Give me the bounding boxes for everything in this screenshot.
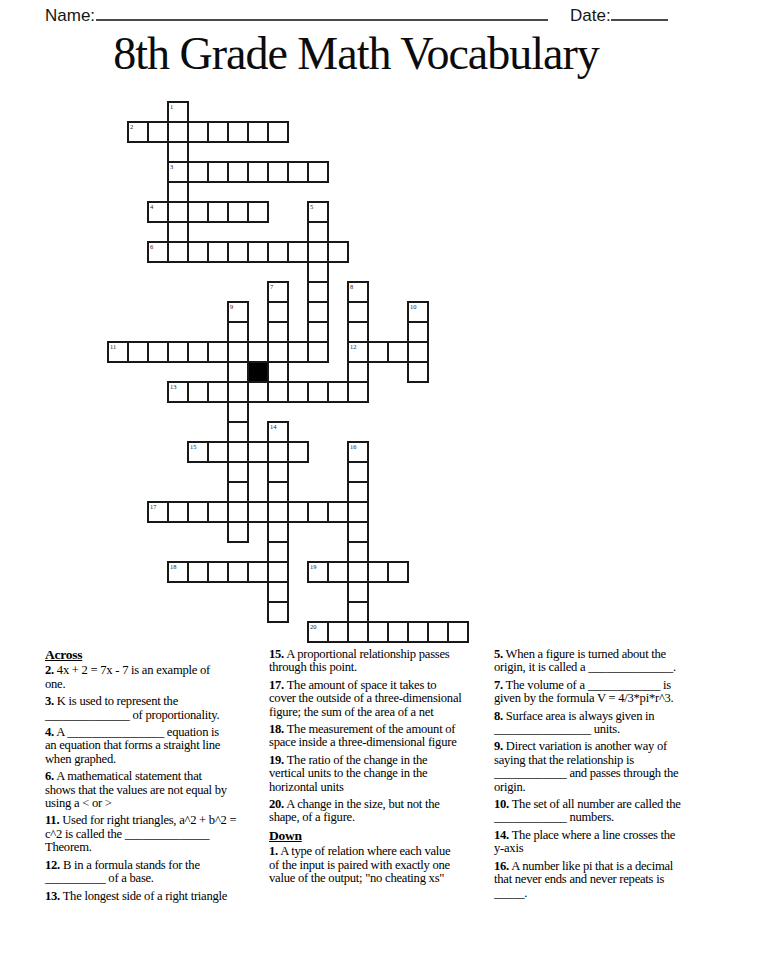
grid-cell[interactable] <box>267 241 289 263</box>
clue-number: 12. <box>45 858 60 872</box>
grid-cell[interactable] <box>287 241 309 263</box>
grid-cell[interactable] <box>247 561 269 583</box>
clue-down-1: 1. A type of relation where each value o… <box>269 845 501 885</box>
grid-cell[interactable] <box>347 441 369 463</box>
grid-cell[interactable] <box>347 321 369 343</box>
clue-across-13: 13. The longest side of a right triangle <box>45 890 277 903</box>
clue-number: 18. <box>269 722 284 736</box>
grid-cell[interactable] <box>307 241 329 263</box>
grid-cell[interactable] <box>367 621 389 643</box>
grid-cell[interactable] <box>167 161 189 183</box>
grid-cell[interactable] <box>307 221 329 243</box>
date-input-line[interactable] <box>611 4 668 21</box>
grid-cell[interactable] <box>187 201 209 223</box>
grid-cell[interactable] <box>187 241 209 263</box>
grid-cell[interactable] <box>247 121 269 143</box>
clue-down-14: 14. The place where a line crosses the y… <box>494 829 726 856</box>
clue-across-12: 12. B in a formula stands for the ______… <box>45 859 277 886</box>
clue-across-3: 3. K is used to represent the __________… <box>45 695 277 722</box>
grid-cell[interactable] <box>307 501 329 523</box>
grid-cell[interactable] <box>387 561 409 583</box>
grid-cell[interactable] <box>327 381 349 403</box>
grid-cell[interactable] <box>147 501 169 523</box>
grid-cell[interactable] <box>407 341 429 363</box>
grid-cell[interactable] <box>207 501 229 523</box>
grid-cell[interactable] <box>247 441 269 463</box>
grid-cell[interactable] <box>147 121 169 143</box>
grid-cell[interactable] <box>167 181 189 203</box>
grid-cell[interactable] <box>307 621 329 643</box>
grid-cell[interactable] <box>247 381 269 403</box>
clue-number: 6. <box>45 769 54 783</box>
grid-cell[interactable] <box>167 201 189 223</box>
grid-cell[interactable] <box>287 501 309 523</box>
grid-cell[interactable] <box>247 201 269 223</box>
grid-cell[interactable] <box>307 201 329 223</box>
grid-cell[interactable] <box>347 381 369 403</box>
grid-cell[interactable] <box>307 321 329 343</box>
clue-across-15: 15. A proportional relationship passes t… <box>269 648 501 675</box>
grid-cell[interactable] <box>267 361 289 383</box>
clue-column-3: 5. When a figure is turned about the ori… <box>494 648 726 904</box>
clue-number: 17. <box>269 678 284 692</box>
grid-cell[interactable] <box>107 341 129 363</box>
clue-column-1: Across2. 4x + 2 = 7x - 7 is an example o… <box>45 648 277 907</box>
clue-down-7: 7. The volume of a ____________ is given… <box>494 679 726 706</box>
grid-cell[interactable] <box>347 561 369 583</box>
grid-cell[interactable] <box>287 341 309 363</box>
grid-cell[interactable] <box>267 381 289 403</box>
grid-cell[interactable] <box>267 481 289 503</box>
grid-cell[interactable] <box>207 121 229 143</box>
grid-cell[interactable] <box>127 341 149 363</box>
clue-number: 9. <box>494 739 503 753</box>
grid-cell[interactable] <box>267 461 289 483</box>
grid-cell[interactable] <box>287 161 309 183</box>
worksheet-page: Name: Date: 8th Grade Math Vocabulary 12… <box>0 0 757 980</box>
grid-cell[interactable] <box>347 301 369 323</box>
grid-cell[interactable] <box>227 521 249 543</box>
name-label: Name: <box>45 6 95 26</box>
grid-cell[interactable] <box>167 221 189 243</box>
grid-cell[interactable] <box>227 121 249 143</box>
grid-cell[interactable] <box>407 301 429 323</box>
clue-number: 7. <box>494 678 503 692</box>
grid-cell[interactable] <box>327 501 349 523</box>
grid-cell[interactable] <box>267 121 289 143</box>
grid-cell[interactable] <box>227 481 249 503</box>
grid-cell[interactable] <box>227 201 249 223</box>
grid-cell[interactable] <box>327 241 349 263</box>
clue-across-18: 18. The measurement of the amount of spa… <box>269 723 501 750</box>
clue-down-16: 16. A number like pi that is a decimal t… <box>494 860 726 900</box>
grid-cell[interactable] <box>347 621 369 643</box>
grid-cell[interactable] <box>267 301 289 323</box>
clue-down-9: 9. Direct variation is another way of sa… <box>494 740 726 794</box>
clue-down-8: 8. Surface area is always given in _____… <box>494 710 726 737</box>
grid-cell[interactable] <box>227 461 249 483</box>
grid-cell[interactable] <box>307 381 329 403</box>
clue-across-4: 4. A ________________ equation is an equ… <box>45 726 277 766</box>
clue-number: 5. <box>494 647 503 661</box>
grid-cell[interactable] <box>227 241 249 263</box>
grid-cell[interactable] <box>167 241 189 263</box>
grid-cell[interactable] <box>227 341 249 363</box>
grid-cell[interactable] <box>227 421 249 443</box>
clue-number: 3. <box>45 694 54 708</box>
grid-cell[interactable] <box>167 101 189 123</box>
grid-cell[interactable] <box>207 161 229 183</box>
grid-cell[interactable] <box>347 581 369 603</box>
clue-across-11: 11. Used for right triangles, a^2 + b^2 … <box>45 814 277 854</box>
grid-cell[interactable] <box>267 421 289 443</box>
grid-cell[interactable] <box>267 521 289 543</box>
grid-cell[interactable] <box>267 281 289 303</box>
clue-across-20: 20. A change in the size, but not the sh… <box>269 798 501 825</box>
grid-cell[interactable] <box>287 381 309 403</box>
grid-cell[interactable] <box>167 141 189 163</box>
clue-across-6: 6. A mathematical statement that shows t… <box>45 770 277 810</box>
grid-cell[interactable] <box>127 121 149 143</box>
grid-cell[interactable] <box>227 381 249 403</box>
grid-cell[interactable] <box>267 501 289 523</box>
grid-cell[interactable] <box>307 301 329 323</box>
clue-down-5: 5. When a figure is turned about the ori… <box>494 648 726 675</box>
grid-cell[interactable] <box>207 381 229 403</box>
grid-cell[interactable] <box>327 561 349 583</box>
grid-cell[interactable] <box>347 481 369 503</box>
grid-cell[interactable] <box>347 541 369 563</box>
grid-cell[interactable] <box>227 561 249 583</box>
grid-cell[interactable] <box>207 341 229 363</box>
name-input-line[interactable] <box>96 4 548 21</box>
grid-cell[interactable] <box>267 601 289 623</box>
grid-cell[interactable] <box>267 581 289 603</box>
grid-cell[interactable] <box>307 261 329 283</box>
clue-number: 2. <box>45 663 54 677</box>
grid-cell[interactable] <box>207 241 229 263</box>
clue-across-2: 2. 4x + 2 = 7x - 7 is an example of one. <box>45 664 277 691</box>
grid-cell[interactable] <box>347 601 369 623</box>
grid-cell[interactable] <box>347 341 369 363</box>
grid-cell[interactable] <box>387 341 409 363</box>
clue-number: 14. <box>494 828 509 842</box>
grid-cell[interactable] <box>407 361 429 383</box>
grid-cell[interactable] <box>387 621 409 643</box>
grid-cell[interactable] <box>167 501 189 523</box>
grid-cell[interactable] <box>147 201 169 223</box>
grid-cell[interactable] <box>207 441 229 463</box>
grid-cell[interactable] <box>347 361 369 383</box>
grid-cell[interactable] <box>187 341 209 363</box>
grid-cell[interactable] <box>347 521 369 543</box>
crossword-grid: 1234567891011121314151617181920 <box>108 102 470 644</box>
clue-column-2: 15. A proportional relationship passes t… <box>269 648 501 890</box>
clue-across-19: 19. The ratio of the change in the verti… <box>269 754 501 794</box>
grid-cell[interactable] <box>187 441 209 463</box>
grid-cell[interactable] <box>347 461 369 483</box>
grid-cell[interactable] <box>227 321 249 343</box>
grid-cell[interactable] <box>207 201 229 223</box>
grid-cell[interactable] <box>267 341 289 363</box>
grid-cell[interactable] <box>187 501 209 523</box>
grid-cell[interactable] <box>267 541 289 563</box>
grid-cell[interactable] <box>167 381 189 403</box>
grid-cell[interactable] <box>147 241 169 263</box>
clue-number: 19. <box>269 753 284 767</box>
grid-cell[interactable] <box>367 341 389 363</box>
grid-cell[interactable] <box>347 501 369 523</box>
clue-number: 11. <box>45 813 59 827</box>
grid-cell[interactable] <box>187 121 209 143</box>
grid-cell[interactable] <box>287 441 309 463</box>
grid-cell[interactable] <box>187 561 209 583</box>
grid-cell[interactable] <box>247 241 269 263</box>
clue-number: 4. <box>45 725 54 739</box>
across-heading: Across <box>45 648 277 661</box>
grid-cell[interactable] <box>227 301 249 323</box>
clue-number: 20. <box>269 797 284 811</box>
grid-cell[interactable] <box>307 341 329 363</box>
grid-cell-block <box>247 361 269 383</box>
grid-cell[interactable] <box>167 561 189 583</box>
grid-cell[interactable] <box>187 381 209 403</box>
grid-cell[interactable] <box>167 121 189 143</box>
grid-cell[interactable] <box>147 341 169 363</box>
grid-cell[interactable] <box>247 501 269 523</box>
grid-cell[interactable] <box>247 161 269 183</box>
grid-cell[interactable] <box>187 161 209 183</box>
down-heading: Down <box>269 829 501 842</box>
clue-number: 15. <box>269 647 284 661</box>
grid-cell[interactable] <box>407 621 429 643</box>
grid-cell[interactable] <box>347 281 369 303</box>
grid-cell[interactable] <box>227 501 249 523</box>
grid-cell[interactable] <box>407 321 429 343</box>
clue-down-10: 10. The set of all number are called the… <box>494 798 726 825</box>
clue-number: 1. <box>269 844 278 858</box>
grid-cell[interactable] <box>307 561 329 583</box>
grid-cell[interactable] <box>447 621 469 643</box>
grid-cell[interactable] <box>207 561 229 583</box>
grid-cell[interactable] <box>267 561 289 583</box>
grid-cell[interactable] <box>247 341 269 363</box>
grid-cell[interactable] <box>267 161 289 183</box>
grid-cell[interactable] <box>227 401 249 423</box>
grid-cell[interactable] <box>327 621 349 643</box>
clue-number: 16. <box>494 859 509 873</box>
grid-cell[interactable] <box>167 341 189 363</box>
grid-cell[interactable] <box>227 161 249 183</box>
grid-cell[interactable] <box>427 621 449 643</box>
grid-cell[interactable] <box>307 281 329 303</box>
grid-cell[interactable] <box>267 441 289 463</box>
date-label: Date: <box>570 6 611 26</box>
clue-number: 8. <box>494 709 503 723</box>
grid-cell[interactable] <box>267 321 289 343</box>
clue-across-17: 17. The amount of space it takes to cove… <box>269 679 501 719</box>
grid-cell[interactable] <box>227 361 249 383</box>
clue-number: 13. <box>45 889 60 903</box>
clue-number: 10. <box>494 797 509 811</box>
grid-cell[interactable] <box>227 441 249 463</box>
grid-cell[interactable] <box>367 561 389 583</box>
grid-cell[interactable] <box>307 161 329 183</box>
page-title: 8th Grade Math Vocabulary <box>0 27 712 80</box>
